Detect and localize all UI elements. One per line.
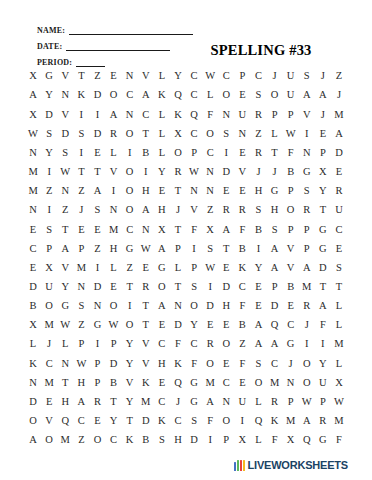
grid-cell[interactable]: Q (299, 431, 315, 450)
grid-cell[interactable]: M (25, 163, 41, 182)
grid-cell[interactable]: Q (170, 86, 186, 105)
grid-cell[interactable]: G (186, 393, 202, 412)
grid-cell[interactable]: A (154, 239, 170, 258)
grid-cell[interactable]: F (283, 144, 299, 163)
grid-cell[interactable]: M (106, 220, 122, 239)
grid-cell[interactable]: S (250, 354, 266, 373)
grid-cell[interactable]: I (122, 297, 138, 316)
grid-cell[interactable]: D (25, 278, 41, 297)
grid-cell[interactable]: W (25, 124, 41, 143)
grid-cell[interactable]: E (234, 182, 250, 201)
grid-cell[interactable]: E (202, 316, 218, 335)
grid-cell[interactable]: Z (89, 67, 105, 86)
grid-cell[interactable]: A (250, 335, 266, 354)
grid-cell[interactable]: U (315, 373, 331, 392)
grid-cell[interactable]: L (331, 354, 347, 373)
name-input-line[interactable] (69, 24, 193, 35)
grid-cell[interactable]: L (154, 144, 170, 163)
grid-cell[interactable]: H (170, 431, 186, 450)
grid-cell[interactable]: G (283, 335, 299, 354)
grid-cell[interactable]: K (154, 412, 170, 431)
grid-cell[interactable]: F (331, 431, 347, 450)
grid-cell[interactable]: K (234, 258, 250, 277)
grid-cell[interactable]: Y (315, 354, 331, 373)
grid-cell[interactable]: D (57, 124, 73, 143)
grid-cell[interactable]: F (186, 354, 202, 373)
grid-cell[interactable]: O (41, 297, 57, 316)
grid-cell[interactable]: T (122, 278, 138, 297)
grid-cell[interactable]: E (250, 278, 266, 297)
grid-cell[interactable]: S (73, 124, 89, 143)
grid-cell[interactable]: Z (331, 67, 347, 86)
grid-cell[interactable]: T (315, 201, 331, 220)
grid-cell[interactable]: Z (234, 335, 250, 354)
grid-cell[interactable]: O (218, 335, 234, 354)
grid-cell[interactable]: B (234, 239, 250, 258)
grid-cell[interactable]: G (41, 67, 57, 86)
grid-cell[interactable]: S (186, 278, 202, 297)
grid-cell[interactable]: E (315, 124, 331, 143)
grid-cell[interactable]: A (154, 297, 170, 316)
grid-cell[interactable]: I (299, 335, 315, 354)
grid-cell[interactable]: W (186, 163, 202, 182)
grid-cell[interactable]: W (202, 258, 218, 277)
grid-cell[interactable]: O (299, 354, 315, 373)
grid-cell[interactable]: C (218, 373, 234, 392)
grid-cell[interactable]: R (202, 335, 218, 354)
grid-cell[interactable]: I (122, 144, 138, 163)
grid-cell[interactable]: Y (154, 163, 170, 182)
grid-cell[interactable]: X (25, 105, 41, 124)
grid-cell[interactable]: C (202, 144, 218, 163)
grid-cell[interactable]: A (106, 105, 122, 124)
grid-cell[interactable]: A (57, 239, 73, 258)
grid-cell[interactable]: O (106, 86, 122, 105)
grid-cell[interactable]: P (73, 239, 89, 258)
grid-cell[interactable]: N (170, 297, 186, 316)
grid-cell[interactable]: H (250, 182, 266, 201)
grid-cell[interactable]: L (202, 86, 218, 105)
grid-cell[interactable]: E (234, 86, 250, 105)
grid-cell[interactable]: M (331, 412, 347, 431)
grid-cell[interactable]: O (122, 182, 138, 201)
grid-cell[interactable]: O (218, 86, 234, 105)
grid-cell[interactable]: P (299, 220, 315, 239)
grid-cell[interactable]: O (122, 124, 138, 143)
grid-cell[interactable]: I (218, 144, 234, 163)
grid-cell[interactable]: N (122, 105, 138, 124)
grid-cell[interactable]: O (122, 201, 138, 220)
grid-cell[interactable]: E (234, 373, 250, 392)
grid-cell[interactable]: Q (186, 105, 202, 124)
grid-cell[interactable]: N (202, 182, 218, 201)
grid-cell[interactable]: V (57, 258, 73, 277)
grid-cell[interactable]: S (331, 258, 347, 277)
grid-cell[interactable]: D (25, 393, 41, 412)
grid-cell[interactable]: G (315, 220, 331, 239)
grid-cell[interactable]: A (89, 182, 105, 201)
grid-cell[interactable]: Y (57, 278, 73, 297)
grid-cell[interactable]: A (138, 86, 154, 105)
grid-cell[interactable]: Q (170, 373, 186, 392)
grid-cell[interactable]: W (202, 67, 218, 86)
grid-cell[interactable]: U (234, 105, 250, 124)
grid-cell[interactable]: C (25, 239, 41, 258)
grid-cell[interactable]: O (122, 316, 138, 335)
grid-cell[interactable]: G (154, 258, 170, 277)
grid-cell[interactable]: E (154, 182, 170, 201)
grid-cell[interactable]: L (57, 335, 73, 354)
grid-cell[interactable]: O (218, 412, 234, 431)
grid-cell[interactable]: E (89, 220, 105, 239)
grid-cell[interactable]: P (170, 239, 186, 258)
grid-cell[interactable]: D (202, 297, 218, 316)
grid-cell[interactable]: H (138, 182, 154, 201)
grid-cell[interactable]: V (283, 239, 299, 258)
grid-cell[interactable]: O (41, 431, 57, 450)
grid-cell[interactable]: A (25, 86, 41, 105)
grid-cell[interactable]: U (41, 278, 57, 297)
grid-cell[interactable]: R (250, 105, 266, 124)
grid-cell[interactable]: E (218, 182, 234, 201)
grid-cell[interactable]: C (218, 67, 234, 86)
grid-cell[interactable]: E (234, 144, 250, 163)
grid-cell[interactable]: J (41, 335, 57, 354)
grid-cell[interactable]: K (267, 412, 283, 431)
grid-cell[interactable]: I (138, 163, 154, 182)
grid-cell[interactable]: X (170, 124, 186, 143)
grid-cell[interactable]: A (267, 258, 283, 277)
grid-cell[interactable]: T (138, 124, 154, 143)
grid-cell[interactable]: E (154, 373, 170, 392)
grid-cell[interactable]: N (73, 278, 89, 297)
grid-cell[interactable]: K (25, 354, 41, 373)
grid-cell[interactable]: G (299, 163, 315, 182)
grid-cell[interactable]: E (331, 239, 347, 258)
grid-cell[interactable]: W (138, 239, 154, 258)
grid-cell[interactable]: T (267, 144, 283, 163)
grid-cell[interactable]: K (154, 86, 170, 105)
grid-cell[interactable]: T (170, 220, 186, 239)
grid-cell[interactable]: F (315, 316, 331, 335)
grid-cell[interactable]: F (186, 220, 202, 239)
grid-cell[interactable]: U (234, 393, 250, 412)
grid-cell[interactable]: Z (250, 124, 266, 143)
grid-cell[interactable]: P (41, 239, 57, 258)
grid-cell[interactable]: S (73, 297, 89, 316)
grid-cell[interactable]: S (250, 201, 266, 220)
grid-cell[interactable]: S (267, 220, 283, 239)
grid-cell[interactable]: C (283, 316, 299, 335)
grid-cell[interactable]: A (267, 239, 283, 258)
grid-cell[interactable]: N (299, 144, 315, 163)
grid-cell[interactable]: C (154, 335, 170, 354)
grid-cell[interactable]: W (299, 393, 315, 412)
grid-cell[interactable]: O (250, 373, 266, 392)
grid-cell[interactable]: V (57, 105, 73, 124)
grid-cell[interactable]: L (154, 124, 170, 143)
grid-cell[interactable]: V (186, 201, 202, 220)
grid-cell[interactable]: I (106, 182, 122, 201)
grid-cell[interactable]: B (106, 373, 122, 392)
grid-cell[interactable]: O (202, 354, 218, 373)
grid-cell[interactable]: H (267, 201, 283, 220)
grid-cell[interactable]: M (57, 431, 73, 450)
grid-cell[interactable]: M (299, 278, 315, 297)
grid-cell[interactable]: P (218, 431, 234, 450)
grid-cell[interactable]: S (299, 182, 315, 201)
grid-cell[interactable]: J (267, 67, 283, 86)
grid-cell[interactable]: O (106, 297, 122, 316)
grid-cell[interactable]: L (154, 67, 170, 86)
grid-cell[interactable]: Y (41, 86, 57, 105)
grid-cell[interactable]: W (283, 124, 299, 143)
grid-cell[interactable]: A (267, 335, 283, 354)
grid-cell[interactable]: G (315, 239, 331, 258)
grid-cell[interactable]: L (170, 258, 186, 277)
grid-cell[interactable]: X (154, 220, 170, 239)
grid-cell[interactable]: O (202, 124, 218, 143)
grid-cell[interactable]: I (89, 105, 105, 124)
grid-cell[interactable]: R (234, 201, 250, 220)
grid-cell[interactable]: W (73, 354, 89, 373)
grid-cell[interactable]: I (73, 144, 89, 163)
grid-cell[interactable]: I (315, 335, 331, 354)
grid-cell[interactable]: T (122, 412, 138, 431)
grid-cell[interactable]: X (25, 67, 41, 86)
grid-cell[interactable]: E (89, 144, 105, 163)
grid-cell[interactable]: Q (57, 412, 73, 431)
grid-cell[interactable]: S (299, 67, 315, 86)
grid-cell[interactable]: M (331, 105, 347, 124)
grid-cell[interactable]: D (315, 258, 331, 277)
grid-cell[interactable]: T (331, 278, 347, 297)
grid-cell[interactable]: T (57, 220, 73, 239)
grid-cell[interactable]: M (41, 316, 57, 335)
grid-cell[interactable]: Z (202, 201, 218, 220)
grid-cell[interactable]: V (122, 373, 138, 392)
grid-cell[interactable]: E (25, 258, 41, 277)
grid-cell[interactable]: V (41, 412, 57, 431)
grid-cell[interactable]: C (41, 354, 57, 373)
grid-cell[interactable]: D (89, 278, 105, 297)
grid-cell[interactable]: X (25, 316, 41, 335)
grid-cell[interactable]: A (299, 86, 315, 105)
grid-cell[interactable]: T (170, 182, 186, 201)
grid-cell[interactable]: N (122, 67, 138, 86)
grid-cell[interactable]: O (89, 431, 105, 450)
grid-cell[interactable]: L (250, 393, 266, 412)
grid-cell[interactable]: V (234, 163, 250, 182)
grid-cell[interactable]: M (202, 373, 218, 392)
grid-cell[interactable]: I (202, 278, 218, 297)
grid-cell[interactable]: I (299, 124, 315, 143)
grid-cell[interactable]: P (315, 393, 331, 412)
grid-cell[interactable]: J (315, 105, 331, 124)
grid-cell[interactable]: G (186, 373, 202, 392)
grid-cell[interactable]: N (234, 124, 250, 143)
grid-cell[interactable]: I (89, 335, 105, 354)
grid-cell[interactable]: S (202, 239, 218, 258)
grid-cell[interactable]: U (283, 86, 299, 105)
grid-cell[interactable]: P (315, 144, 331, 163)
grid-cell[interactable]: N (138, 220, 154, 239)
grid-cell[interactable]: E (218, 354, 234, 373)
grid-cell[interactable]: N (202, 163, 218, 182)
grid-cell[interactable]: I (250, 239, 266, 258)
grid-cell[interactable]: I (202, 431, 218, 450)
grid-cell[interactable]: O (154, 278, 170, 297)
grid-cell[interactable]: D (89, 86, 105, 105)
grid-cell[interactable]: E (138, 258, 154, 277)
grid-cell[interactable]: N (186, 182, 202, 201)
grid-cell[interactable]: U (283, 67, 299, 86)
grid-cell[interactable]: D (218, 163, 234, 182)
grid-cell[interactable]: N (25, 201, 41, 220)
grid-cell[interactable]: J (170, 201, 186, 220)
grid-cell[interactable]: Y (122, 354, 138, 373)
grid-cell[interactable]: J (299, 316, 315, 335)
grid-cell[interactable]: L (267, 124, 283, 143)
grid-cell[interactable]: R (299, 297, 315, 316)
grid-cell[interactable]: C (250, 67, 266, 86)
grid-cell[interactable]: D (218, 278, 234, 297)
grid-cell[interactable]: C (186, 124, 202, 143)
grid-cell[interactable]: E (89, 412, 105, 431)
grid-cell[interactable]: O (267, 86, 283, 105)
grid-cell[interactable]: C (186, 86, 202, 105)
grid-cell[interactable]: N (106, 201, 122, 220)
grid-cell[interactable]: P (106, 335, 122, 354)
grid-cell[interactable]: Y (122, 335, 138, 354)
grid-cell[interactable]: H (73, 373, 89, 392)
grid-cell[interactable]: Y (315, 182, 331, 201)
grid-cell[interactable]: T (138, 316, 154, 335)
grid-cell[interactable]: O (122, 163, 138, 182)
grid-cell[interactable]: L (331, 297, 347, 316)
grid-cell[interactable]: X (283, 431, 299, 450)
grid-cell[interactable]: J (267, 163, 283, 182)
grid-cell[interactable]: B (25, 297, 41, 316)
grid-cell[interactable]: E (218, 316, 234, 335)
grid-cell[interactable]: D (41, 105, 57, 124)
grid-cell[interactable]: B (250, 220, 266, 239)
grid-cell[interactable]: A (315, 86, 331, 105)
grid-cell[interactable]: G (89, 316, 105, 335)
grid-cell[interactable]: J (315, 67, 331, 86)
grid-cell[interactable]: J (250, 163, 266, 182)
grid-cell[interactable]: G (267, 182, 283, 201)
grid-cell[interactable]: D (106, 354, 122, 373)
grid-cell[interactable]: S (218, 124, 234, 143)
grid-cell[interactable]: R (170, 163, 186, 182)
grid-cell[interactable]: Z (73, 316, 89, 335)
grid-cell[interactable]: T (218, 239, 234, 258)
grid-cell[interactable]: E (41, 393, 57, 412)
grid-cell[interactable]: P (89, 373, 105, 392)
grid-cell[interactable]: C (331, 220, 347, 239)
grid-cell[interactable]: J (331, 86, 347, 105)
grid-cell[interactable]: S (89, 201, 105, 220)
grid-cell[interactable]: M (331, 335, 347, 354)
grid-cell[interactable]: E (106, 278, 122, 297)
grid-cell[interactable]: V (138, 335, 154, 354)
grid-cell[interactable]: M (283, 412, 299, 431)
grid-cell[interactable]: F (267, 431, 283, 450)
grid-cell[interactable]: P (234, 67, 250, 86)
grid-cell[interactable]: L (250, 431, 266, 450)
grid-cell[interactable]: E (283, 297, 299, 316)
grid-cell[interactable]: P (186, 258, 202, 277)
grid-cell[interactable]: M (73, 258, 89, 277)
grid-cell[interactable]: C (186, 67, 202, 86)
grid-cell[interactable]: F (202, 412, 218, 431)
grid-cell[interactable]: A (331, 124, 347, 143)
grid-cell[interactable]: B (283, 278, 299, 297)
grid-cell[interactable]: C (234, 278, 250, 297)
grid-cell[interactable]: R (331, 182, 347, 201)
grid-cell[interactable]: L (106, 144, 122, 163)
grid-cell[interactable]: V (138, 67, 154, 86)
grid-cell[interactable]: J (170, 393, 186, 412)
grid-cell[interactable]: K (122, 431, 138, 450)
grid-cell[interactable]: Q (267, 316, 283, 335)
grid-cell[interactable]: A (299, 412, 315, 431)
grid-cell[interactable]: E (331, 163, 347, 182)
grid-cell[interactable]: Z (73, 431, 89, 450)
grid-cell[interactable]: E (250, 297, 266, 316)
grid-cell[interactable]: N (25, 144, 41, 163)
grid-cell[interactable]: F (234, 297, 250, 316)
grid-cell[interactable]: K (138, 373, 154, 392)
grid-cell[interactable]: Y (186, 316, 202, 335)
grid-cell[interactable]: S (41, 124, 57, 143)
grid-cell[interactable]: Z (57, 201, 73, 220)
grid-cell[interactable]: S (41, 220, 57, 239)
grid-cell[interactable]: C (170, 412, 186, 431)
grid-cell[interactable]: D (89, 124, 105, 143)
grid-cell[interactable]: E (106, 67, 122, 86)
grid-cell[interactable]: M (267, 373, 283, 392)
grid-cell[interactable]: A (73, 393, 89, 412)
grid-cell[interactable]: T (73, 67, 89, 86)
grid-cell[interactable]: L (331, 316, 347, 335)
grid-cell[interactable]: W (57, 163, 73, 182)
grid-cell[interactable]: T (89, 163, 105, 182)
grid-cell[interactable]: M (41, 373, 57, 392)
grid-cell[interactable]: A (250, 316, 266, 335)
grid-cell[interactable]: F (202, 105, 218, 124)
footer-brand[interactable]: LIVEWORKSHEETS (234, 459, 349, 471)
grid-cell[interactable]: T (57, 373, 73, 392)
grid-cell[interactable]: N (89, 297, 105, 316)
grid-cell[interactable]: P (89, 354, 105, 373)
grid-cell[interactable]: Y (122, 393, 138, 412)
grid-cell[interactable]: H (218, 297, 234, 316)
grid-cell[interactable]: S (250, 86, 266, 105)
grid-cell[interactable]: C (186, 335, 202, 354)
grid-cell[interactable]: W (57, 316, 73, 335)
grid-cell[interactable]: T (73, 163, 89, 182)
grid-cell[interactable]: A (202, 393, 218, 412)
grid-cell[interactable]: R (106, 124, 122, 143)
grid-cell[interactable]: N (57, 86, 73, 105)
grid-cell[interactable]: Q (250, 412, 266, 431)
grid-cell[interactable]: J (73, 201, 89, 220)
grid-cell[interactable]: P (73, 335, 89, 354)
grid-cell[interactable]: K (73, 86, 89, 105)
grid-cell[interactable]: P (299, 239, 315, 258)
